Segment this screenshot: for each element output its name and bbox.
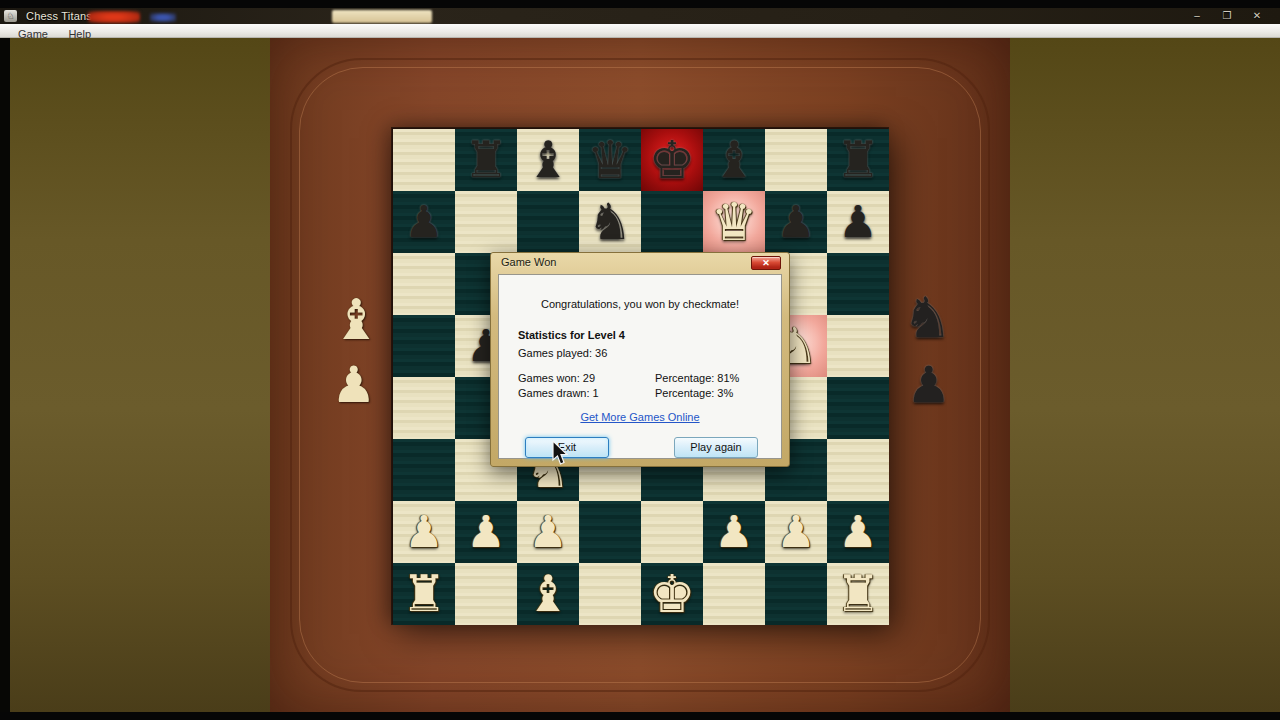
piece-white-king[interactable]: ♚ bbox=[649, 564, 696, 624]
square-h6[interactable] bbox=[827, 253, 889, 315]
square-c1[interactable]: ♝ bbox=[517, 563, 579, 625]
square-h2[interactable]: ♟ bbox=[827, 501, 889, 563]
game-won-dialog: Game Won ✕ Congratulations, you won by c… bbox=[490, 252, 790, 467]
square-e7[interactable] bbox=[641, 191, 703, 253]
square-h7[interactable]: ♟ bbox=[827, 191, 889, 253]
left-edge bbox=[0, 38, 10, 712]
stats-title: Statistics for Level 4 bbox=[518, 329, 625, 341]
square-b7[interactable] bbox=[455, 191, 517, 253]
square-b1[interactable] bbox=[455, 563, 517, 625]
square-f7[interactable]: ♛ bbox=[703, 191, 765, 253]
piece-white-pawn[interactable]: ♟ bbox=[404, 502, 443, 562]
dialog-close-icon[interactable]: ✕ bbox=[751, 256, 781, 270]
piece-white-queen[interactable]: ♛ bbox=[711, 192, 758, 252]
captured-black-knight: ♞ bbox=[896, 285, 958, 350]
square-c7[interactable] bbox=[517, 191, 579, 253]
piece-white-rook[interactable]: ♜ bbox=[402, 564, 447, 624]
square-h4[interactable] bbox=[827, 377, 889, 439]
piece-black-rook[interactable]: ♜ bbox=[464, 130, 509, 190]
dialog-body: Congratulations, you won by checkmate! S… bbox=[498, 274, 782, 459]
square-a2[interactable]: ♟ bbox=[393, 501, 455, 563]
piece-black-pawn[interactable]: ♟ bbox=[404, 192, 443, 252]
app-icon: ♘ bbox=[4, 10, 17, 22]
piece-black-pawn[interactable]: ♟ bbox=[838, 192, 877, 252]
get-more-games-link[interactable]: Get More Games Online bbox=[499, 411, 781, 423]
piece-white-pawn[interactable]: ♟ bbox=[466, 502, 505, 562]
square-h8[interactable]: ♜ bbox=[827, 129, 889, 191]
square-g7[interactable]: ♟ bbox=[765, 191, 827, 253]
square-f8[interactable]: ♝ bbox=[703, 129, 765, 191]
square-e1[interactable]: ♚ bbox=[641, 563, 703, 625]
menu-bar: Game Help bbox=[0, 24, 1280, 38]
square-b2[interactable]: ♟ bbox=[455, 501, 517, 563]
captured-white-pawn: ♟ bbox=[323, 356, 385, 414]
games-won: Games won: 29 bbox=[518, 372, 595, 384]
drawn-percentage: Percentage: 3% bbox=[655, 387, 733, 399]
square-a6[interactable] bbox=[393, 253, 455, 315]
games-drawn: Games drawn: 1 bbox=[518, 387, 599, 399]
piece-white-pawn[interactable]: ♟ bbox=[838, 502, 877, 562]
square-a7[interactable]: ♟ bbox=[393, 191, 455, 253]
letterbox-top bbox=[0, 0, 1280, 8]
square-g2[interactable]: ♟ bbox=[765, 501, 827, 563]
piece-black-king[interactable]: ♚ bbox=[649, 130, 696, 190]
dialog-title: Game Won bbox=[501, 256, 556, 268]
piece-black-bishop[interactable]: ♝ bbox=[712, 130, 757, 190]
won-percentage: Percentage: 81% bbox=[655, 372, 739, 384]
square-e2[interactable] bbox=[641, 501, 703, 563]
mouse-cursor bbox=[552, 441, 570, 471]
overlay-artifact-red bbox=[88, 11, 140, 23]
square-h5[interactable] bbox=[827, 315, 889, 377]
window-title: Chess Titans bbox=[26, 10, 92, 22]
square-f2[interactable]: ♟ bbox=[703, 501, 765, 563]
square-g8[interactable] bbox=[765, 129, 827, 191]
square-c2[interactable]: ♟ bbox=[517, 501, 579, 563]
square-h3[interactable] bbox=[827, 439, 889, 501]
checkmate-message: Congratulations, you won by checkmate! bbox=[499, 298, 781, 310]
square-a4[interactable] bbox=[393, 377, 455, 439]
piece-black-rook[interactable]: ♜ bbox=[836, 130, 881, 190]
square-c8[interactable]: ♝ bbox=[517, 129, 579, 191]
piece-white-pawn[interactable]: ♟ bbox=[714, 502, 753, 562]
square-g1[interactable] bbox=[765, 563, 827, 625]
square-d1[interactable] bbox=[579, 563, 641, 625]
window-controls: – ❐ ✕ bbox=[1188, 8, 1266, 24]
close-button[interactable]: ✕ bbox=[1248, 8, 1266, 24]
square-b8[interactable]: ♜ bbox=[455, 129, 517, 191]
piece-white-pawn[interactable]: ♟ bbox=[528, 502, 567, 562]
square-d8[interactable]: ♛ bbox=[579, 129, 641, 191]
overlay-artifact-blue bbox=[150, 13, 176, 22]
piece-white-bishop[interactable]: ♝ bbox=[526, 564, 571, 624]
piece-black-pawn[interactable]: ♟ bbox=[776, 192, 815, 252]
piece-black-knight[interactable]: ♞ bbox=[588, 192, 633, 252]
games-played: Games played: 36 bbox=[518, 347, 607, 359]
square-a3[interactable] bbox=[393, 439, 455, 501]
piece-white-pawn[interactable]: ♟ bbox=[776, 502, 815, 562]
square-e8[interactable]: ♚ bbox=[641, 129, 703, 191]
play-again-button[interactable]: Play again bbox=[674, 437, 758, 458]
overlay-artifact-tan bbox=[332, 10, 432, 23]
maximize-button[interactable]: ❐ bbox=[1218, 8, 1236, 24]
square-d2[interactable] bbox=[579, 501, 641, 563]
square-a8[interactable] bbox=[393, 129, 455, 191]
piece-black-bishop[interactable]: ♝ bbox=[526, 130, 571, 190]
captured-black-pawn: ♟ bbox=[898, 356, 960, 414]
square-h1[interactable]: ♜ bbox=[827, 563, 889, 625]
piece-black-queen[interactable]: ♛ bbox=[587, 130, 634, 190]
minimize-button[interactable]: – bbox=[1188, 8, 1206, 24]
captured-white-bishop: ♝ bbox=[325, 287, 387, 352]
window-titlebar: ♘ Chess Titans – ❐ ✕ bbox=[0, 8, 1280, 24]
square-a1[interactable]: ♜ bbox=[393, 563, 455, 625]
letterbox-bottom bbox=[0, 712, 1280, 720]
screen: ♘ Chess Titans – ❐ ✕ Game Help ♜♝♛♚♝♜♟♞♛… bbox=[0, 0, 1280, 720]
square-d7[interactable]: ♞ bbox=[579, 191, 641, 253]
square-a5[interactable] bbox=[393, 315, 455, 377]
square-f1[interactable] bbox=[703, 563, 765, 625]
piece-white-rook[interactable]: ♜ bbox=[836, 564, 881, 624]
